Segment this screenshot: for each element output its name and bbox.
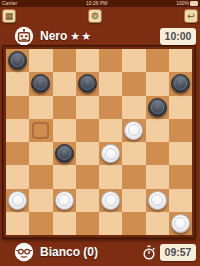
bottom-player-name: Bianco (0): [40, 245, 98, 259]
bottom-clock: 09:57: [160, 244, 196, 261]
board-cell[interactable]: [29, 72, 52, 95]
board-cell[interactable]: [99, 96, 122, 119]
board-cell[interactable]: [122, 189, 145, 212]
board-cell[interactable]: [76, 72, 99, 95]
board-cell[interactable]: [6, 142, 29, 165]
battery-icon: [190, 1, 198, 6]
top-clock: 10:00: [160, 28, 196, 45]
board-cell[interactable]: [169, 49, 192, 72]
board-frame: [2, 45, 196, 239]
top-player-name: Nero: [40, 29, 67, 43]
board-cell[interactable]: [76, 49, 99, 72]
board-cell[interactable]: [53, 96, 76, 119]
undo-button[interactable]: ↩: [184, 9, 198, 23]
board-cell[interactable]: [99, 212, 122, 235]
nerd-face-avatar-icon: [14, 242, 34, 262]
menu-button[interactable]: ▦: [2, 9, 16, 23]
board-cell[interactable]: [53, 119, 76, 142]
player-bottom-bar: Bianco (0) 09:57: [0, 241, 200, 263]
board-cell[interactable]: [122, 49, 145, 72]
board-cell[interactable]: [146, 189, 169, 212]
board-cell[interactable]: [76, 96, 99, 119]
checker-black[interactable]: [8, 51, 27, 70]
board-cell[interactable]: [76, 189, 99, 212]
checker-white[interactable]: [8, 191, 27, 210]
board-cell[interactable]: [53, 49, 76, 72]
board-cell[interactable]: [99, 119, 122, 142]
board-cell[interactable]: [53, 142, 76, 165]
undo-icon: ↩: [187, 11, 195, 21]
board-cell[interactable]: [29, 165, 52, 188]
board-cell[interactable]: [169, 96, 192, 119]
board-cell[interactable]: [6, 165, 29, 188]
settings-button[interactable]: ⚙: [88, 9, 102, 23]
board-cell[interactable]: [146, 119, 169, 142]
board-cell[interactable]: [6, 119, 29, 142]
board-cell[interactable]: [29, 119, 52, 142]
battery-percent: 100%: [176, 0, 189, 7]
checker-black[interactable]: [55, 144, 74, 163]
last-move-highlight: [32, 122, 49, 139]
checker-white[interactable]: [101, 191, 120, 210]
board-cell[interactable]: [146, 165, 169, 188]
checker-black[interactable]: [148, 98, 167, 117]
board-cell[interactable]: [99, 189, 122, 212]
status-time: 10:26 PM: [86, 0, 107, 7]
checker-white[interactable]: [148, 191, 167, 210]
board-cell[interactable]: [122, 72, 145, 95]
board-cell[interactable]: [6, 96, 29, 119]
checker-white[interactable]: [171, 214, 190, 233]
board-cell[interactable]: [6, 49, 29, 72]
board-cell[interactable]: [6, 72, 29, 95]
board-cell[interactable]: [146, 49, 169, 72]
board-cell[interactable]: [76, 142, 99, 165]
board-cell[interactable]: [99, 49, 122, 72]
settings-icon: ⚙: [91, 11, 99, 21]
board-cell[interactable]: [6, 212, 29, 235]
board-cell[interactable]: [99, 72, 122, 95]
carrier-label: Carrier: [2, 0, 17, 7]
robot-avatar-icon: [14, 26, 34, 46]
menu-icon: ▦: [5, 11, 14, 21]
board-cell[interactable]: [53, 212, 76, 235]
stopwatch-icon: [142, 245, 156, 260]
board-cell[interactable]: [169, 189, 192, 212]
board-cell[interactable]: [99, 165, 122, 188]
checker-white[interactable]: [101, 144, 120, 163]
board-cell[interactable]: [76, 165, 99, 188]
checker-black[interactable]: [171, 74, 190, 93]
board-cell[interactable]: [146, 142, 169, 165]
board-cell[interactable]: [122, 96, 145, 119]
board-cell[interactable]: [169, 165, 192, 188]
board-cell[interactable]: [169, 119, 192, 142]
checker-white[interactable]: [124, 121, 143, 140]
board-cell[interactable]: [122, 165, 145, 188]
board-cell[interactable]: [169, 72, 192, 95]
player-top-bar: Nero★★ 10:00: [0, 26, 200, 46]
board-cell[interactable]: [99, 142, 122, 165]
checker-white[interactable]: [55, 191, 74, 210]
board-cell[interactable]: [146, 72, 169, 95]
status-bar: Carrier 10:26 PM 100%: [0, 0, 200, 7]
board-cell[interactable]: [122, 142, 145, 165]
board-cell[interactable]: [169, 142, 192, 165]
board-cell[interactable]: [6, 189, 29, 212]
board-cell[interactable]: [76, 212, 99, 235]
board-cell[interactable]: [122, 119, 145, 142]
board-cell[interactable]: [53, 189, 76, 212]
checkers-app: Carrier 10:26 PM 100% ▦ ⚙ ↩ Nero★★ 10:00: [0, 0, 200, 266]
board-cell[interactable]: [146, 96, 169, 119]
board-cell[interactable]: [146, 212, 169, 235]
board-cell[interactable]: [53, 72, 76, 95]
checker-black[interactable]: [31, 74, 50, 93]
board-cell[interactable]: [29, 142, 52, 165]
checker-black[interactable]: [78, 74, 97, 93]
difficulty-stars: ★★: [70, 30, 92, 43]
board-cell[interactable]: [122, 212, 145, 235]
board-cell[interactable]: [29, 189, 52, 212]
board-grid: [6, 49, 192, 235]
board-cell[interactable]: [53, 165, 76, 188]
board-cell[interactable]: [76, 119, 99, 142]
board-cell[interactable]: [29, 49, 52, 72]
board-cell[interactable]: [169, 212, 192, 235]
board-cell[interactable]: [29, 212, 52, 235]
board-cell[interactable]: [29, 96, 52, 119]
